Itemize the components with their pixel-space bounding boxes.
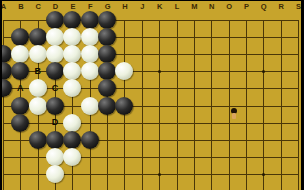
white-stone[interactable] [63, 148, 81, 166]
white-stone[interactable] [63, 28, 81, 46]
white-stone[interactable] [29, 97, 47, 115]
black-stone[interactable] [98, 28, 116, 46]
white-stone[interactable] [63, 79, 81, 97]
grid-line-horizontal [3, 88, 299, 89]
black-stone[interactable] [11, 28, 29, 46]
black-stone[interactable] [46, 97, 64, 115]
white-stone[interactable] [46, 28, 64, 46]
black-stone[interactable] [98, 11, 116, 29]
column-label: P [240, 2, 252, 11]
black-stone[interactable] [11, 62, 29, 80]
point-label-backing [50, 117, 61, 128]
white-stone[interactable] [46, 148, 64, 166]
black-stone[interactable] [63, 131, 81, 149]
white-stone[interactable] [115, 62, 133, 80]
black-stone[interactable] [98, 62, 116, 80]
white-stone[interactable] [29, 79, 47, 97]
point-label-backing [15, 83, 26, 94]
white-stone[interactable] [81, 62, 99, 80]
black-stone[interactable] [63, 11, 81, 29]
black-stone[interactable] [98, 45, 116, 63]
white-stone[interactable] [63, 62, 81, 80]
white-stone[interactable] [29, 45, 47, 63]
cursor-hand [232, 113, 236, 119]
column-label: E [67, 2, 79, 11]
black-stone[interactable] [98, 97, 116, 115]
black-stone[interactable] [81, 11, 99, 29]
column-label: O [223, 2, 235, 11]
white-stone[interactable] [46, 165, 64, 183]
point-label-backing [50, 83, 61, 94]
column-label: J [136, 2, 148, 11]
go-board[interactable]: ABCDEFGHJKLMNOPQRSABCD [2, 1, 301, 190]
point-label-A[interactable]: A [15, 83, 26, 94]
column-label: L [171, 2, 183, 11]
white-stone[interactable] [63, 114, 81, 132]
black-stone[interactable] [46, 131, 64, 149]
star-point [262, 173, 265, 176]
point-label-B[interactable]: B [32, 66, 43, 77]
column-label: N [206, 2, 218, 11]
column-label: H [119, 2, 131, 11]
column-label: R [275, 2, 287, 11]
point-label-backing [32, 66, 43, 77]
white-stone[interactable] [46, 45, 64, 63]
column-label: Q [258, 2, 270, 11]
star-point [158, 173, 161, 176]
point-label-D[interactable]: D [50, 117, 61, 128]
column-label: C [32, 2, 44, 11]
star-point [262, 70, 265, 73]
point-label-C[interactable]: C [50, 83, 61, 94]
black-stone[interactable] [81, 131, 99, 149]
black-stone[interactable] [115, 97, 133, 115]
white-stone[interactable] [63, 45, 81, 63]
hand-cursor-icon [230, 108, 238, 119]
column-label: D [50, 2, 62, 11]
column-label: G [102, 2, 114, 11]
column-label: B [15, 2, 27, 11]
white-stone[interactable] [81, 97, 99, 115]
column-label: M [188, 2, 200, 11]
column-label: S [292, 2, 301, 11]
star-point [158, 70, 161, 73]
black-stone[interactable] [46, 11, 64, 29]
black-stone[interactable] [2, 79, 12, 97]
white-stone[interactable] [11, 45, 29, 63]
column-label: F [84, 2, 96, 11]
black-stone[interactable] [29, 28, 47, 46]
black-stone[interactable] [11, 97, 29, 115]
black-stone[interactable] [46, 62, 64, 80]
go-app-window: ABCDEFGHJKLMNOPQRSABCD [0, 0, 304, 190]
column-label: A [2, 2, 10, 11]
white-stone[interactable] [81, 45, 99, 63]
column-label: K [154, 2, 166, 11]
black-stone[interactable] [29, 131, 47, 149]
grid-line-horizontal [3, 123, 299, 124]
black-stone[interactable] [11, 114, 29, 132]
black-stone[interactable] [98, 79, 116, 97]
white-stone[interactable] [81, 28, 99, 46]
